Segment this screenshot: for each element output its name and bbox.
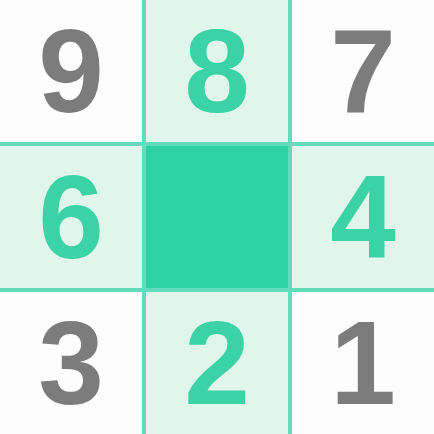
cell-value: 9 [38,12,104,130]
cell-r2c1[interactable]: 6 [0,146,142,288]
cell-value: 8 [184,12,250,130]
cell-value: 4 [330,158,396,276]
cell-r2c2-selected-empty[interactable] [146,146,288,288]
cell-value: 1 [330,304,396,422]
cell-r1c3[interactable]: 7 [292,0,434,142]
cell-value: 2 [184,304,250,422]
cell-r3c3[interactable]: 1 [292,292,434,434]
sudoku-board: 9 8 7 6 4 3 2 1 [0,0,434,434]
cell-r2c3[interactable]: 4 [292,146,434,288]
cell-r3c2[interactable]: 2 [146,292,288,434]
cell-value: 6 [38,158,104,276]
cell-r1c2[interactable]: 8 [146,0,288,142]
cell-r1c1[interactable]: 9 [0,0,142,142]
cell-value: 3 [38,304,104,422]
cell-r3c1[interactable]: 3 [0,292,142,434]
cell-value: 7 [330,12,396,130]
